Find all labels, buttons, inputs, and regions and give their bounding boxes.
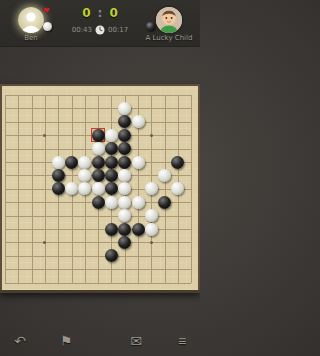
black-stone [118, 236, 131, 249]
white-stone [52, 156, 65, 169]
grid-line-h [5, 269, 191, 270]
black-stone [118, 129, 131, 142]
score-display: 0 : 0 [70, 6, 130, 20]
black-stone [158, 196, 171, 209]
player2-name: A Lucky Child [137, 34, 200, 42]
player2-stone-black-icon [146, 22, 155, 31]
white-stone [118, 102, 131, 115]
clock-icon [95, 25, 105, 35]
player1-name: Ben [6, 34, 56, 42]
timers: 00:43 00:17 [60, 25, 140, 35]
flag-button[interactable]: ⚑ [55, 330, 77, 352]
white-stone [65, 182, 78, 195]
white-stone [158, 169, 171, 182]
black-stone [92, 129, 105, 142]
white-stone [145, 223, 158, 236]
score-left: 0 [82, 6, 90, 20]
score-separator: : [98, 6, 103, 20]
white-stone [105, 129, 118, 142]
black-stone [118, 223, 131, 236]
player1-timer: 00:43 [72, 26, 92, 34]
heart-icon: ❤ [43, 6, 50, 15]
baby-photo-icon [156, 7, 182, 33]
star-point [150, 134, 153, 137]
white-stone [132, 196, 145, 209]
black-stone [118, 142, 131, 155]
white-stone [118, 209, 131, 222]
grid-line-h [5, 256, 191, 257]
white-stone [118, 169, 131, 182]
star-point [43, 241, 46, 244]
black-stone [105, 182, 118, 195]
white-stone [145, 209, 158, 222]
grid-line-h [5, 229, 191, 230]
black-stone [105, 156, 118, 169]
white-stone [145, 182, 158, 195]
player2-avatar[interactable] [156, 7, 182, 33]
score-right: 0 [109, 6, 117, 20]
white-stone [105, 196, 118, 209]
star-point [43, 134, 46, 137]
black-stone [171, 156, 184, 169]
grid-line-h [5, 216, 191, 217]
menu-button[interactable]: ≡ [171, 330, 193, 352]
black-stone [92, 169, 105, 182]
black-stone [52, 182, 65, 195]
black-stone [92, 156, 105, 169]
white-stone [132, 115, 145, 128]
black-stone [132, 223, 145, 236]
black-stone [118, 156, 131, 169]
white-stone [78, 182, 91, 195]
grid-line-h [5, 242, 191, 243]
black-stone [105, 223, 118, 236]
white-stone [78, 156, 91, 169]
white-stone [171, 182, 184, 195]
player1-avatar[interactable] [18, 7, 44, 33]
star-point [150, 241, 153, 244]
chat-button[interactable]: ✉ [125, 330, 147, 352]
player1-stone-white-icon [43, 22, 52, 31]
white-stone [118, 196, 131, 209]
black-stone [92, 196, 105, 209]
grid-line-h [5, 283, 191, 284]
bottom-toolbar: ↶ ⚑ ✉ ≡ [0, 330, 200, 356]
undo-button[interactable]: ↶ [9, 330, 31, 352]
white-stone [132, 156, 145, 169]
black-stone [118, 115, 131, 128]
grid-line-v [165, 95, 166, 283]
gomoku-board[interactable] [0, 84, 200, 293]
person-icon [18, 7, 44, 33]
black-stone [105, 169, 118, 182]
black-stone [105, 249, 118, 262]
grid-line-v [191, 95, 192, 283]
white-stone [92, 142, 105, 155]
top-bar: ❤ Ben 0 : 0 00:43 00:17 A Lucky Child [0, 0, 200, 47]
black-stone [65, 156, 78, 169]
white-stone [78, 169, 91, 182]
black-stone [52, 169, 65, 182]
white-stone [118, 182, 131, 195]
white-stone [92, 182, 105, 195]
black-stone [105, 142, 118, 155]
player2-timer: 00:17 [108, 26, 128, 34]
